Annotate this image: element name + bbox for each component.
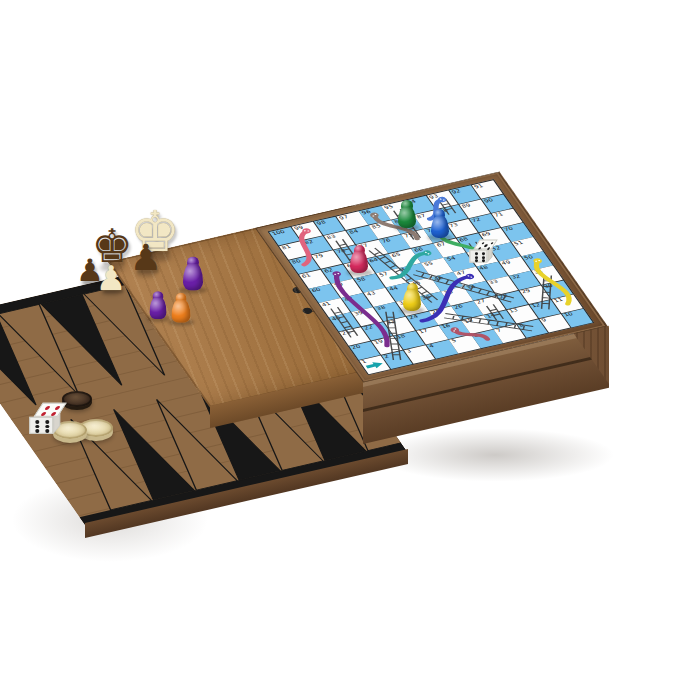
die-front-face bbox=[29, 417, 53, 434]
die-pip bbox=[35, 429, 39, 433]
snl-cell-number: 6 bbox=[473, 333, 480, 338]
snl-cell-number: 8 bbox=[518, 323, 525, 328]
snl-cell-number: 12 bbox=[531, 303, 542, 309]
meeple-body bbox=[172, 300, 191, 323]
die-pip bbox=[45, 424, 49, 428]
snl-cell-number: 51 bbox=[513, 240, 524, 246]
snl-cell-number: 50 bbox=[523, 255, 534, 261]
snl-cell-number: 17 bbox=[418, 329, 429, 335]
snl-cell-number: 66 bbox=[413, 247, 424, 253]
snl-cell-number: 41 bbox=[321, 301, 332, 307]
die-top-face bbox=[473, 240, 498, 250]
snl-cell-number: 15 bbox=[463, 318, 474, 324]
snl-cell-number: 3 bbox=[406, 349, 413, 354]
snl-cell-number: 46 bbox=[433, 275, 444, 281]
snl-cell-number: 13 bbox=[508, 308, 519, 314]
snl-cell-number: 39 bbox=[353, 310, 364, 316]
snl-cell-number: 35 bbox=[443, 290, 454, 296]
snl-cell-number: 16 bbox=[441, 323, 452, 329]
snl-cell-number: 76 bbox=[381, 238, 392, 244]
snl-cell-number: 89 bbox=[461, 203, 472, 209]
tray-pawn-purple-1[interactable] bbox=[150, 291, 167, 319]
die-pip bbox=[482, 256, 485, 259]
snl-cell-number: 61 bbox=[301, 273, 312, 279]
die-on-board[interactable] bbox=[470, 240, 495, 263]
snl-cell-number: 14 bbox=[486, 313, 497, 319]
die-pip bbox=[35, 424, 39, 428]
meeple-body bbox=[398, 206, 416, 228]
snl-cell-number: 4 bbox=[428, 344, 435, 349]
snl-cell-number: 84 bbox=[348, 229, 359, 235]
snl-cell-number: 70 bbox=[503, 226, 514, 232]
snl-cell-number: 38 bbox=[376, 305, 387, 311]
snl-cell-number: 69 bbox=[481, 231, 492, 237]
snl-cell-number: 85 bbox=[371, 224, 382, 230]
snl-cell-number: 56 bbox=[401, 266, 412, 272]
snl-cell-number: 80 bbox=[291, 259, 302, 265]
snl-cell-number: 19 bbox=[373, 339, 384, 345]
snl-cell-number: 2 bbox=[383, 354, 390, 359]
chess-cream-pawn-3[interactable]: ♟ bbox=[96, 262, 126, 294]
snl-cell-number: 29 bbox=[521, 288, 532, 294]
snl-cell-number: 20 bbox=[351, 344, 362, 350]
snl-cell-number: 28 bbox=[498, 294, 509, 300]
checker-disc-dark-brown-0[interactable] bbox=[62, 391, 92, 407]
die-pip bbox=[35, 420, 39, 424]
snl-cell-number: 54 bbox=[446, 256, 457, 262]
snl-cell-number: 47 bbox=[456, 270, 467, 276]
snl-cell-number: 27 bbox=[476, 299, 487, 305]
snl-cell-number: 65 bbox=[391, 252, 402, 258]
die-pip bbox=[475, 256, 478, 259]
snl-cell-number: 31 bbox=[533, 269, 544, 275]
snl-cell-number: 83 bbox=[326, 234, 337, 240]
meeple-body bbox=[350, 251, 368, 273]
snl-cell-number: 57 bbox=[378, 272, 389, 278]
snl-cell-number: 42 bbox=[343, 296, 354, 302]
snl-cell-number: 82 bbox=[303, 239, 314, 245]
die-pip bbox=[55, 406, 61, 410]
die-pip bbox=[482, 260, 485, 263]
snl-cell-number: 10 bbox=[563, 312, 574, 318]
snl-cell-number: 71 bbox=[493, 212, 504, 218]
snl-cell-number: 24 bbox=[408, 314, 419, 320]
snl-cell-number: 78 bbox=[336, 248, 347, 254]
die-pip bbox=[45, 429, 49, 433]
board-pawn-green[interactable] bbox=[398, 200, 416, 228]
snl-cell-number: 96 bbox=[361, 209, 372, 215]
snl-cell-number: 34 bbox=[466, 285, 477, 291]
snl-cell-number: 48 bbox=[478, 265, 489, 271]
die-pip bbox=[44, 406, 50, 410]
snl-cell-number: 7 bbox=[496, 328, 503, 333]
snl-cell-number: 43 bbox=[366, 291, 377, 297]
chess-brown-pawn-2[interactable]: ♟ bbox=[130, 241, 162, 275]
snl-cell-number: 9 bbox=[541, 318, 548, 323]
scene: 1009998979695949392918182838485868788899… bbox=[0, 0, 700, 700]
snl-cell-number: 68 bbox=[458, 236, 469, 242]
snl-cell-number: 98 bbox=[316, 220, 327, 226]
snl-cell-number: 5 bbox=[451, 339, 458, 344]
snl-cell-number: 59 bbox=[333, 282, 344, 288]
snl-cell-number: 90 bbox=[483, 198, 494, 204]
snl-cell-number: 40 bbox=[331, 316, 342, 322]
snl-cell-number: 93 bbox=[428, 194, 439, 200]
snl-cell-number: 55 bbox=[423, 261, 434, 267]
snl-cell-number: 25 bbox=[431, 309, 442, 315]
snl-cell-number: 18 bbox=[396, 334, 407, 340]
snl-cell-number: 33 bbox=[488, 279, 499, 285]
snl-cell-number: 23 bbox=[386, 320, 397, 326]
snl-cell-number: 60 bbox=[311, 287, 322, 293]
tray-pawn-orange-2[interactable] bbox=[172, 293, 191, 323]
die-pip bbox=[51, 412, 57, 416]
snl-cell-number: 79 bbox=[313, 253, 324, 259]
meeple-body bbox=[403, 289, 421, 311]
snl-cell-number: 67 bbox=[436, 242, 447, 248]
snl-cell-number: 87 bbox=[416, 213, 427, 219]
snl-cell-number: 58 bbox=[356, 277, 367, 283]
snl-cell-number: 100 bbox=[271, 229, 286, 236]
meeple-body bbox=[150, 297, 167, 319]
die-near-checkers[interactable] bbox=[29, 403, 63, 434]
snl-cell-number: 75 bbox=[403, 233, 414, 239]
snl-cell-number: 1 bbox=[361, 359, 368, 364]
meeple-body bbox=[431, 216, 449, 238]
die-pip bbox=[482, 252, 485, 255]
die-pip bbox=[490, 242, 495, 245]
die-pip bbox=[45, 420, 49, 424]
snl-cell-number: 81 bbox=[281, 244, 292, 250]
snl-cell-number: 11 bbox=[553, 297, 564, 303]
snl-cell-number: 26 bbox=[453, 304, 464, 310]
snl-cell-number: 72 bbox=[471, 217, 482, 223]
board-pawn-yellow[interactable] bbox=[403, 282, 421, 310]
board-pawn-blue[interactable] bbox=[431, 209, 449, 237]
snl-cell-number: 73 bbox=[448, 222, 459, 228]
snl-cell-number: 21 bbox=[341, 330, 352, 336]
die-pip bbox=[475, 260, 478, 263]
snl-cell-number: 92 bbox=[451, 188, 462, 194]
die-front-face bbox=[470, 250, 488, 263]
snl-cell-number: 97 bbox=[338, 214, 349, 220]
snl-cell-number: 62 bbox=[323, 268, 334, 274]
snl-cell-number: 95 bbox=[383, 204, 394, 210]
die-pip bbox=[475, 252, 478, 255]
snl-cell-number: 44 bbox=[388, 286, 399, 292]
snl-cell-number: 22 bbox=[363, 325, 374, 331]
board-pawn-red[interactable] bbox=[350, 245, 368, 273]
die-top-face bbox=[34, 403, 67, 417]
snl-cell-number: 49 bbox=[501, 260, 512, 266]
snl-cell-number: 64 bbox=[368, 257, 379, 263]
tray-pawn-purple-0[interactable] bbox=[183, 257, 203, 291]
die-pip bbox=[40, 412, 46, 416]
meeple-body bbox=[183, 264, 203, 291]
snl-cell-number: 36 bbox=[421, 295, 432, 301]
snl-cell-number: 32 bbox=[511, 274, 522, 280]
snl-cell-number: 30 bbox=[543, 283, 554, 289]
snl-cell-number: 99 bbox=[293, 225, 304, 231]
snl-cell-number: 91 bbox=[473, 183, 484, 189]
